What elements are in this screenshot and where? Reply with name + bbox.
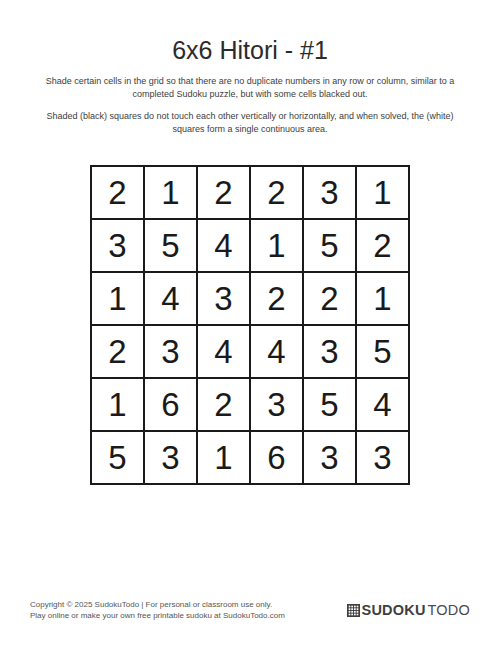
grid-cell-r5c3: 2 — [198, 379, 249, 430]
grid-cell-r1c6: 1 — [357, 167, 408, 218]
footer: Copyright © 2025 SudokuTodo | For person… — [30, 600, 470, 621]
grid-cell-r6c4: 6 — [251, 432, 302, 483]
grid-cell-r1c4: 2 — [251, 167, 302, 218]
grid-cell-r2c5: 5 — [304, 220, 355, 271]
instructions: Shade certain cells in the grid so that … — [0, 75, 500, 145]
grid-cell-r5c1: 1 — [92, 379, 143, 430]
grid-cell-r3c2: 4 — [145, 273, 196, 324]
hitori-puzzle-page: 6x6 Hitori - #1 Shade certain cells in t… — [0, 0, 500, 647]
instruction-paragraph-2: Shaded (black) squares do not touch each… — [0, 110, 500, 136]
instruction-line: completed Sudoku puzzle, but with some c… — [0, 88, 500, 101]
grid-cell-r4c3: 4 — [198, 326, 249, 377]
instruction-line: Shaded (black) squares do not touch each… — [0, 110, 500, 123]
grid-cell-r5c2: 6 — [145, 379, 196, 430]
instruction-line: Shade certain cells in the grid so that … — [0, 75, 500, 88]
grid-cell-r6c3: 1 — [198, 432, 249, 483]
grid-cell-r4c5: 3 — [304, 326, 355, 377]
grid-cell-r3c5: 2 — [304, 273, 355, 324]
grid-cell-r5c5: 5 — [304, 379, 355, 430]
grid-cell-r1c1: 2 — [92, 167, 143, 218]
grid-cell-r4c2: 3 — [145, 326, 196, 377]
copyright-line-2: Play online or make your own free printa… — [30, 611, 285, 622]
grid-cell-r3c3: 3 — [198, 273, 249, 324]
instruction-line: squares form a single continuous area. — [0, 123, 500, 136]
copyright-line-1: Copyright © 2025 SudokuTodo | For person… — [30, 600, 285, 611]
grid-cell-r3c1: 1 — [92, 273, 143, 324]
grid-cell-r1c2: 1 — [145, 167, 196, 218]
grid-cell-r2c4: 1 — [251, 220, 302, 271]
grid-cell-r2c2: 5 — [145, 220, 196, 271]
grid-cell-r3c4: 2 — [251, 273, 302, 324]
copyright: Copyright © 2025 SudokuTodo | For person… — [30, 600, 285, 621]
logo-text-todo: TODO — [428, 603, 470, 618]
instruction-paragraph-1: Shade certain cells in the grid so that … — [0, 75, 500, 101]
sudokutodo-logo: SUDOKUTODO — [347, 603, 470, 618]
sudoku-grid-icon — [347, 604, 360, 617]
hitori-grid: 212231354152143221234435162354531633 — [90, 165, 410, 485]
grid-cell-r1c5: 3 — [304, 167, 355, 218]
page-title: 6x6 Hitori - #1 — [0, 36, 500, 65]
grid-cell-r6c5: 3 — [304, 432, 355, 483]
grid-cell-r4c4: 4 — [251, 326, 302, 377]
grid-cell-r2c3: 4 — [198, 220, 249, 271]
grid-cell-r3c6: 1 — [357, 273, 408, 324]
grid-cell-r5c6: 4 — [357, 379, 408, 430]
grid-cell-r2c1: 3 — [92, 220, 143, 271]
grid-cell-r4c1: 2 — [92, 326, 143, 377]
logo-text-sudoku: SUDOKU — [362, 603, 426, 618]
grid-cell-r5c4: 3 — [251, 379, 302, 430]
grid-cell-r4c6: 5 — [357, 326, 408, 377]
grid-cell-r6c6: 3 — [357, 432, 408, 483]
grid-cell-r1c3: 2 — [198, 167, 249, 218]
grid-cell-r2c6: 2 — [357, 220, 408, 271]
grid-cell-r6c2: 3 — [145, 432, 196, 483]
grid-cell-r6c1: 5 — [92, 432, 143, 483]
